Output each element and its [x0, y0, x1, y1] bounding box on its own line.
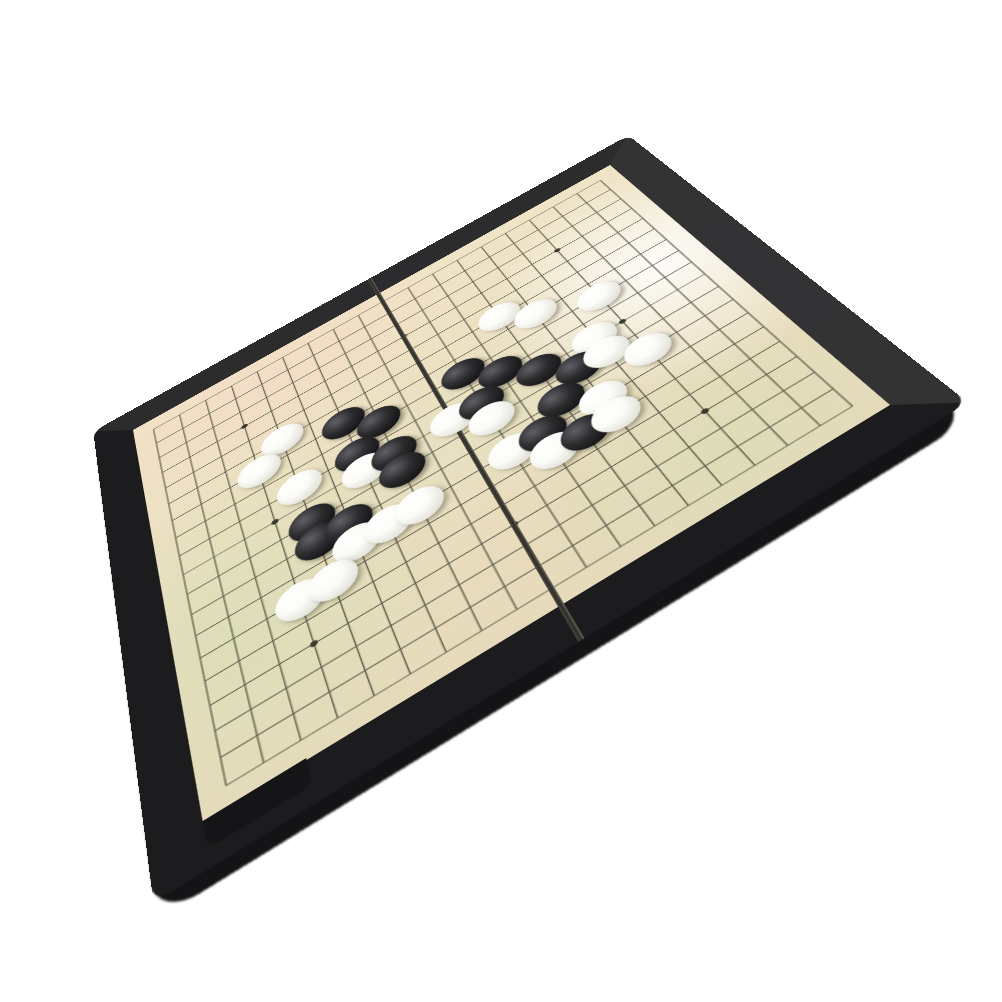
- white-stone: [571, 276, 628, 317]
- white-stone: [234, 448, 284, 496]
- white-stone: [617, 326, 679, 372]
- white-stone: [508, 294, 563, 335]
- product-photo-scene: [0, 0, 1002, 1002]
- go-board: [133, 165, 890, 823]
